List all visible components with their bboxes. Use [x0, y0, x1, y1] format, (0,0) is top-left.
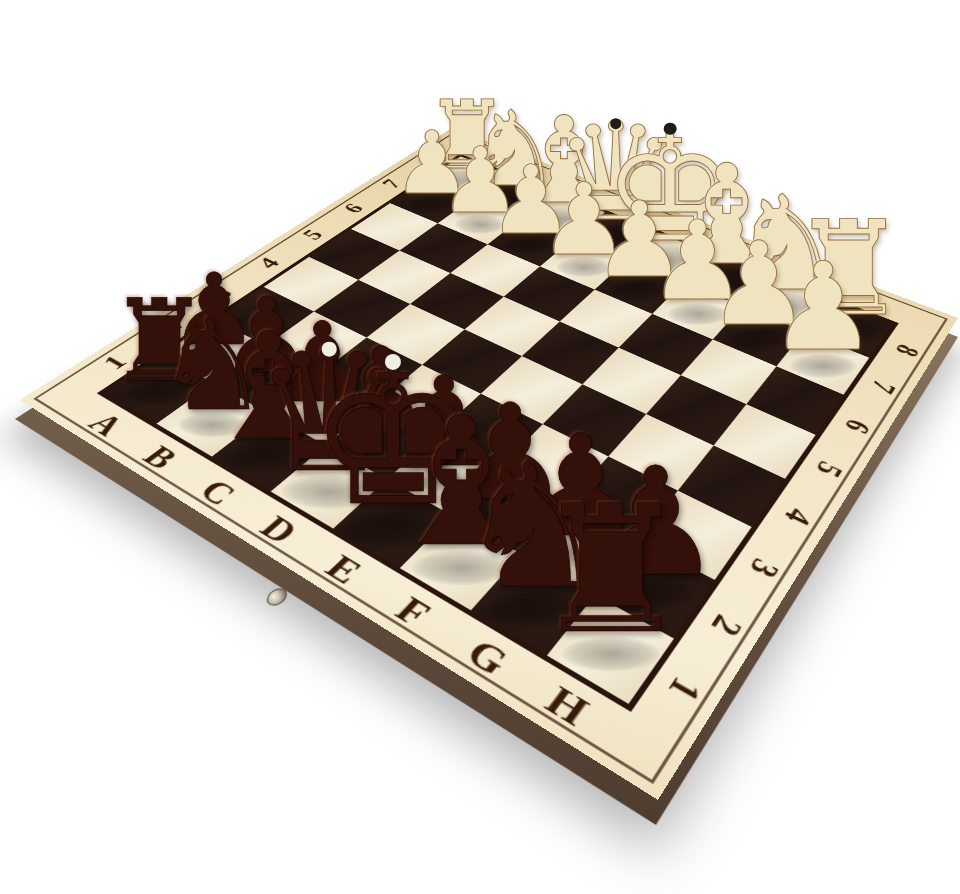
file-label-d: D [253, 509, 305, 549]
rank-label-3-right: 3 [742, 553, 784, 582]
rank-label-6-left: 6 [339, 201, 368, 215]
black-rook-h1[interactable]: ♜ [532, 483, 689, 659]
rank-label-4-right: 4 [777, 503, 817, 530]
file-label-h: H [539, 678, 597, 732]
rank-label-7-right: 7 [865, 376, 900, 397]
rank-label-2-right: 2 [703, 609, 747, 641]
file-label-g: G [460, 631, 517, 681]
file-label-b: B [136, 440, 185, 474]
file-label-a: A [82, 407, 132, 440]
white-pawn-h7[interactable]: ♟ [769, 247, 878, 369]
rank-label-6-right: 6 [838, 415, 875, 437]
product-photo-stage: ABCDEFGH1122334455667788 ♜♞♟♝♟♛♟♚♟♝♟♞♟♜♟… [0, 0, 960, 894]
rank-label-5-left: 5 [298, 227, 327, 242]
rank-label-1-right: 1 [660, 671, 707, 707]
rank-label-5-right: 5 [809, 457, 847, 481]
file-label-c: C [193, 473, 245, 510]
file-label-f: F [389, 590, 439, 633]
file-label-e: E [319, 548, 370, 589]
